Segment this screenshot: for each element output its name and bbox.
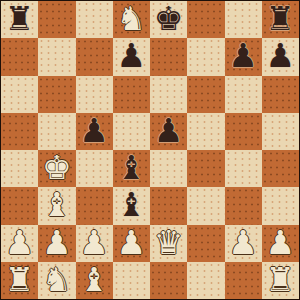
square-c5[interactable]: ♟ <box>76 113 113 150</box>
square-h5[interactable] <box>262 113 299 150</box>
square-h6[interactable] <box>262 76 299 113</box>
square-f1[interactable] <box>187 262 224 299</box>
square-d7[interactable]: ♟ <box>113 38 150 75</box>
square-b6[interactable] <box>38 76 75 113</box>
square-f3[interactable] <box>187 187 224 224</box>
square-c4[interactable] <box>76 150 113 187</box>
square-e8[interactable]: ♚ <box>150 1 187 38</box>
piece-black-pawn: ♟ <box>266 39 296 72</box>
square-e6[interactable] <box>150 76 187 113</box>
piece-black-pawn: ♟ <box>228 39 258 72</box>
square-d4[interactable]: ♝ <box>113 150 150 187</box>
piece-white-pawn: ♟ <box>117 226 147 259</box>
square-b2[interactable]: ♟ <box>38 225 75 262</box>
piece-black-bishop: ♝ <box>117 188 147 221</box>
square-d8[interactable]: ♞ <box>113 1 150 38</box>
piece-white-pawn: ♟ <box>266 226 296 259</box>
square-c1[interactable]: ♝ <box>76 262 113 299</box>
square-d2[interactable]: ♟ <box>113 225 150 262</box>
square-a7[interactable] <box>1 38 38 75</box>
piece-white-pawn: ♟ <box>42 226 72 259</box>
piece-black-rook: ♜ <box>5 2 35 35</box>
square-c3[interactable] <box>76 187 113 224</box>
piece-black-pawn: ♟ <box>154 114 184 147</box>
square-g7[interactable]: ♟ <box>225 38 262 75</box>
piece-white-pawn: ♟ <box>79 226 109 259</box>
square-a2[interactable]: ♟ <box>1 225 38 262</box>
square-g6[interactable] <box>225 76 262 113</box>
square-g5[interactable] <box>225 113 262 150</box>
square-d6[interactable] <box>113 76 150 113</box>
square-d3[interactable]: ♝ <box>113 187 150 224</box>
square-d1[interactable] <box>113 262 150 299</box>
square-c6[interactable] <box>76 76 113 113</box>
square-a6[interactable] <box>1 76 38 113</box>
piece-white-pawn: ♟ <box>5 226 35 259</box>
square-h7[interactable]: ♟ <box>262 38 299 75</box>
square-b5[interactable] <box>38 113 75 150</box>
square-c2[interactable]: ♟ <box>76 225 113 262</box>
square-h8[interactable]: ♜ <box>262 1 299 38</box>
square-e1[interactable] <box>150 262 187 299</box>
square-a4[interactable] <box>1 150 38 187</box>
piece-white-rook: ♜ <box>266 263 296 296</box>
square-g2[interactable]: ♟ <box>225 225 262 262</box>
square-a3[interactable] <box>1 187 38 224</box>
square-b7[interactable] <box>38 38 75 75</box>
square-e7[interactable] <box>150 38 187 75</box>
square-a5[interactable] <box>1 113 38 150</box>
square-e2[interactable]: ♛ <box>150 225 187 262</box>
piece-black-pawn: ♟ <box>117 39 147 72</box>
square-b4[interactable]: ♚ <box>38 150 75 187</box>
square-a1[interactable]: ♜ <box>1 262 38 299</box>
square-a8[interactable]: ♜ <box>1 1 38 38</box>
square-h1[interactable]: ♜ <box>262 262 299 299</box>
piece-white-rook: ♜ <box>5 263 35 296</box>
square-b3[interactable]: ♝ <box>38 187 75 224</box>
piece-black-king: ♚ <box>154 2 184 35</box>
piece-white-king: ♚ <box>42 151 72 184</box>
square-e3[interactable] <box>150 187 187 224</box>
piece-white-pawn: ♟ <box>228 226 258 259</box>
square-g3[interactable] <box>225 187 262 224</box>
chess-board: ♜♞♚♜♟♟♟♟♟♚♝♝♝♟♟♟♟♛♟♟♜♞♝♜ <box>1 1 299 299</box>
piece-white-bishop: ♝ <box>79 263 109 296</box>
chess-board-frame: ♜♞♚♜♟♟♟♟♟♚♝♝♝♟♟♟♟♛♟♟♜♞♝♜ <box>0 0 300 300</box>
piece-white-queen: ♛ <box>154 226 184 259</box>
square-c7[interactable] <box>76 38 113 75</box>
square-f2[interactable] <box>187 225 224 262</box>
square-f7[interactable] <box>187 38 224 75</box>
square-f5[interactable] <box>187 113 224 150</box>
piece-white-knight: ♞ <box>42 263 72 296</box>
square-e5[interactable]: ♟ <box>150 113 187 150</box>
piece-black-bishop: ♝ <box>117 151 147 184</box>
square-b8[interactable] <box>38 1 75 38</box>
square-h4[interactable] <box>262 150 299 187</box>
square-g8[interactable] <box>225 1 262 38</box>
square-h3[interactable] <box>262 187 299 224</box>
piece-white-knight: ♞ <box>117 2 147 35</box>
square-h2[interactable]: ♟ <box>262 225 299 262</box>
piece-white-bishop: ♝ <box>42 188 72 221</box>
square-f4[interactable] <box>187 150 224 187</box>
piece-black-pawn: ♟ <box>79 114 109 147</box>
square-f6[interactable] <box>187 76 224 113</box>
square-g4[interactable] <box>225 150 262 187</box>
square-e4[interactable] <box>150 150 187 187</box>
square-b1[interactable]: ♞ <box>38 262 75 299</box>
square-g1[interactable] <box>225 262 262 299</box>
piece-black-rook: ♜ <box>266 2 296 35</box>
square-c8[interactable] <box>76 1 113 38</box>
square-f8[interactable] <box>187 1 224 38</box>
square-d5[interactable] <box>113 113 150 150</box>
